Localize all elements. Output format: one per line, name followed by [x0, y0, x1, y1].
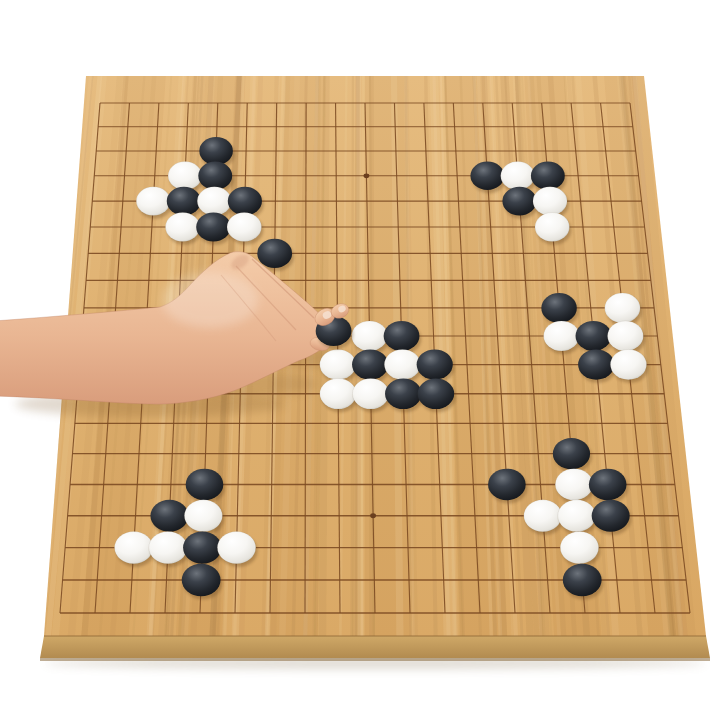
white-stone[interactable]: [197, 187, 231, 216]
black-stone[interactable]: [352, 349, 388, 379]
go-board: [0, 0, 720, 720]
white-stone[interactable]: [558, 500, 596, 532]
white-stone[interactable]: [608, 321, 644, 351]
board-front-edge: [40, 636, 710, 669]
black-stone[interactable]: [578, 349, 614, 379]
black-stone[interactable]: [150, 500, 188, 532]
white-stone[interactable]: [535, 213, 569, 242]
black-stone[interactable]: [531, 162, 565, 190]
black-stone[interactable]: [488, 469, 526, 501]
black-stone[interactable]: [384, 321, 420, 351]
white-stone[interactable]: [149, 532, 187, 564]
white-stone[interactable]: [560, 532, 598, 564]
black-stone[interactable]: [198, 162, 232, 190]
star-point: [370, 513, 376, 518]
white-stone[interactable]: [524, 500, 562, 532]
white-stone[interactable]: [320, 378, 357, 409]
white-stone[interactable]: [384, 349, 420, 379]
white-stone[interactable]: [555, 469, 593, 501]
white-stone[interactable]: [544, 321, 580, 351]
white-stone[interactable]: [115, 532, 153, 564]
white-stone[interactable]: [227, 213, 261, 242]
black-stone[interactable]: [502, 187, 536, 216]
black-stone[interactable]: [183, 532, 221, 564]
black-stone[interactable]: [199, 137, 233, 165]
black-stone[interactable]: [167, 187, 201, 216]
scene: [0, 0, 720, 720]
black-stone[interactable]: [228, 187, 262, 216]
black-stone[interactable]: [589, 469, 627, 501]
black-stone[interactable]: [418, 378, 455, 409]
white-stone[interactable]: [217, 532, 255, 564]
white-stone[interactable]: [168, 162, 202, 190]
black-stone[interactable]: [576, 321, 612, 351]
black-stone[interactable]: [592, 500, 630, 532]
black-stone[interactable]: [182, 564, 221, 597]
black-stone[interactable]: [417, 349, 453, 379]
black-stone[interactable]: [385, 378, 422, 409]
white-stone[interactable]: [352, 321, 388, 351]
black-stone[interactable]: [186, 469, 224, 501]
white-stone[interactable]: [533, 187, 567, 216]
white-stone[interactable]: [610, 349, 646, 379]
white-stone[interactable]: [184, 500, 222, 532]
white-stone[interactable]: [165, 213, 199, 242]
black-stone[interactable]: [470, 162, 504, 190]
white-stone[interactable]: [352, 378, 389, 409]
white-stone[interactable]: [136, 187, 170, 216]
black-stone[interactable]: [196, 213, 230, 242]
black-stone[interactable]: [541, 293, 576, 323]
white-stone[interactable]: [501, 162, 535, 190]
black-stone[interactable]: [553, 438, 590, 469]
star-point: [364, 173, 370, 178]
white-stone[interactable]: [605, 293, 640, 323]
black-stone[interactable]: [257, 239, 292, 268]
black-stone[interactable]: [563, 564, 602, 597]
white-stone[interactable]: [320, 349, 356, 379]
